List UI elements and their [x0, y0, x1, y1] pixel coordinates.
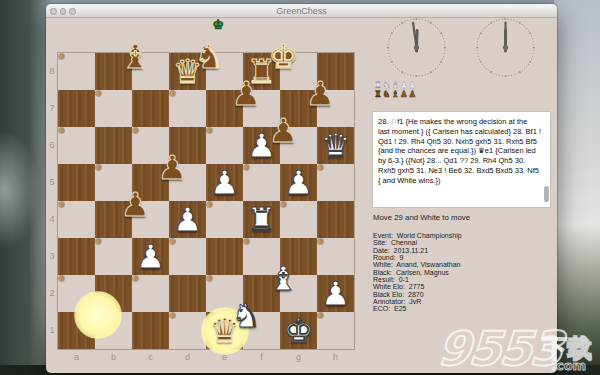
square-b6[interactable] [95, 127, 132, 164]
square-c1[interactable] [132, 312, 169, 349]
square-h4[interactable] [317, 201, 354, 238]
info-row: Date: 2013.11.21 [373, 247, 462, 254]
white-pawn-h2[interactable]: ♟ [321, 275, 351, 312]
annotation-box[interactable]: 28. ♘f1 {He makes the wrong decision at … [372, 111, 551, 208]
black-pawn-g6[interactable]: ♟ [268, 112, 298, 149]
white-knight-f1[interactable]: ♞ [231, 297, 261, 334]
info-row: Annotator: JvR [373, 298, 462, 305]
square-c8[interactable]: ♝ [132, 53, 139, 60]
window-title: GreenChess [46, 6, 557, 16]
black-clock-face [474, 16, 537, 79]
captured-white-pieces: ♜♞♝♟♟ [374, 81, 417, 89]
square-g8[interactable]: ♚ [280, 53, 287, 60]
black-pawn-f7[interactable]: ♟ [231, 75, 261, 112]
white-pawn-e5[interactable]: ♟ [210, 164, 240, 201]
square-a4[interactable] [58, 201, 65, 208]
square-a6[interactable] [58, 127, 65, 134]
square-g5[interactable]: ♟ [280, 164, 317, 201]
wallpaper-mountains-left [0, 0, 52, 375]
black-knight-e8[interactable]: ♞ [194, 38, 224, 75]
square-d2[interactable] [169, 275, 206, 312]
info-row: Result: 0-1 [373, 276, 462, 283]
captured-black-pieces: ♜♞♝♟♟ [374, 90, 417, 98]
square-c3[interactable]: ♟ [132, 238, 169, 275]
square-g1[interactable]: ♚ [280, 312, 317, 349]
white-clock-face [385, 16, 448, 79]
square-b5[interactable] [95, 164, 102, 171]
white-king-g1[interactable]: ♚ [284, 312, 314, 349]
square-c6[interactable] [132, 127, 139, 134]
game-info: Event: World ChampionshipSite: ChennaiDa… [373, 232, 462, 313]
white-pawn-c3[interactable]: ♟ [136, 238, 166, 275]
white-pawn-g5[interactable]: ♟ [284, 164, 314, 201]
info-row: Site: Chennai [373, 239, 462, 246]
square-f4[interactable]: ♜ [243, 201, 280, 238]
square-b3[interactable] [95, 238, 102, 245]
square-a8[interactable] [58, 53, 65, 60]
square-b7[interactable] [95, 90, 102, 97]
chess-board[interactable]: ♝♛♞♜♚♟♟♟♟♛♟♟♟♟♟♜♟♝♟♛♞♚ [58, 53, 354, 349]
white-bishop-g2[interactable]: ♝ [268, 260, 298, 297]
info-row: Round: 9 [373, 254, 462, 261]
square-a2[interactable] [58, 275, 65, 282]
square-d4[interactable]: ♟ [169, 201, 206, 238]
square-c7[interactable] [132, 90, 169, 127]
white-queen-h6[interactable]: ♛ [321, 127, 351, 164]
square-f1[interactable]: ♞ [243, 312, 250, 319]
square-h3[interactable] [317, 238, 324, 245]
square-e5[interactable]: ♟ [206, 164, 243, 201]
white-pawn-d4[interactable]: ♟ [173, 201, 203, 238]
square-b1[interactable] [95, 312, 102, 319]
white-rook-f4[interactable]: ♜ [247, 201, 277, 238]
black-bishop-c8[interactable]: ♝ [120, 38, 150, 75]
black-pawn-h7[interactable]: ♟ [305, 75, 335, 112]
black-king-g8[interactable]: ♚ [268, 38, 298, 75]
wallpaper-mist-right [554, 0, 600, 375]
window-content: ♚ 87654321 ♝♛♞♜♚♟♟♟♟♛♟♟♟♟♟♜♟♝♟♛♞♚ abcdef… [46, 19, 557, 373]
last-move-highlight-b1 [74, 291, 122, 339]
square-f7[interactable]: ♟ [243, 90, 250, 97]
square-c4[interactable]: ♟ [132, 201, 139, 208]
greenchess-window: GreenChess ♚ 87654321 ♝♛♞♜♚♟♟♟♟♛♟♟♟♟♟♜♟♝… [46, 4, 557, 373]
white-clock [385, 16, 448, 83]
info-row: Black Elo: 2870 [373, 291, 462, 298]
info-row: White: Anand, Viswanathan [373, 261, 462, 268]
black-pawn-d5[interactable]: ♟ [157, 149, 187, 186]
square-h2[interactable]: ♟ [317, 275, 354, 312]
black-clock [474, 16, 537, 83]
square-g2[interactable]: ♝ [280, 275, 287, 282]
green-king-logo-icon: ♚ [205, 18, 231, 32]
info-row: Black: Carlsen, Magnus [373, 269, 462, 276]
square-e3[interactable] [206, 238, 243, 275]
square-d1[interactable] [169, 312, 176, 319]
rank-labels: 87654321 [46, 53, 58, 349]
square-e8[interactable]: ♞ [206, 53, 213, 60]
black-pawn-c4[interactable]: ♟ [120, 186, 150, 223]
square-e6[interactable] [206, 127, 213, 134]
square-a7[interactable] [58, 90, 95, 127]
square-d5[interactable]: ♟ [169, 164, 176, 171]
file-labels: abcdefgh [58, 349, 354, 365]
square-g6[interactable]: ♟ [280, 127, 287, 134]
info-row: Event: World Championship [373, 232, 462, 239]
square-h6[interactable]: ♛ [317, 127, 354, 164]
info-row: White Elo: 2775 [373, 283, 462, 290]
square-a5[interactable] [58, 164, 95, 201]
square-a3[interactable] [58, 238, 95, 275]
info-row: ECO: E25 [373, 305, 462, 312]
annotation-text: 28. ♘f1 {He makes the wrong decision at … [378, 117, 541, 204]
square-e2[interactable] [206, 275, 213, 282]
scrollbar-thumb[interactable] [544, 186, 549, 202]
move-status: Move 29 and White to move [373, 213, 470, 222]
square-h7[interactable]: ♟ [317, 90, 324, 97]
